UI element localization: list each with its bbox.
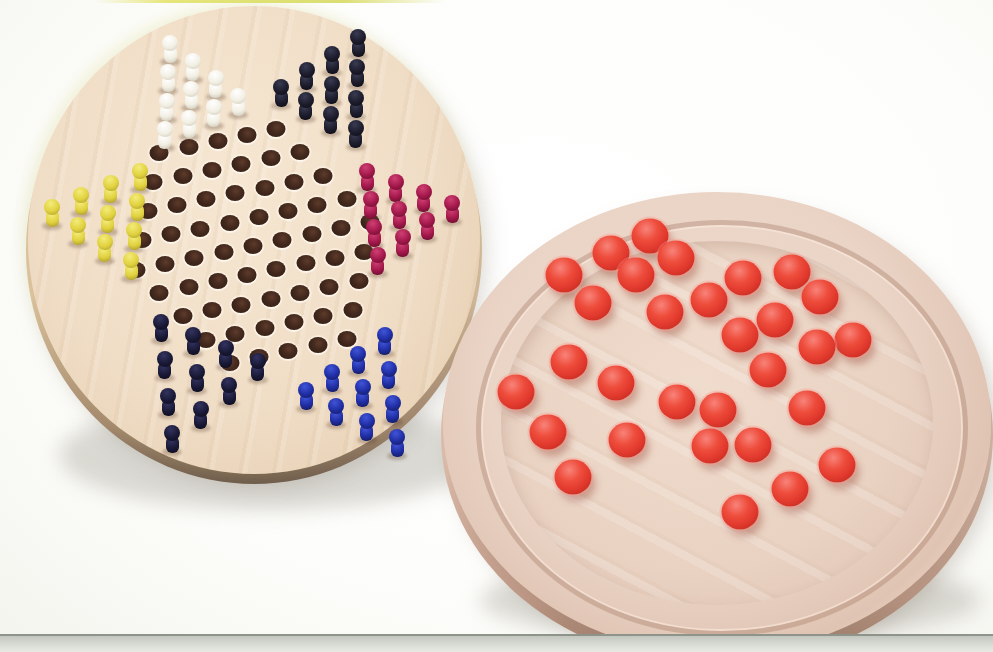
peg-head (388, 174, 404, 190)
peg-head (324, 76, 340, 92)
peg-red[interactable] (370, 247, 386, 276)
peg-head (221, 377, 237, 393)
peg-head (298, 92, 314, 108)
marble-red[interactable] (834, 322, 871, 357)
board-hole[interactable] (173, 308, 192, 324)
marble-red[interactable] (617, 258, 654, 293)
peg-navy[interactable] (189, 364, 205, 393)
peg-head (132, 163, 148, 179)
peg-head (181, 110, 197, 126)
board-hole[interactable] (249, 209, 268, 225)
peg-white[interactable] (230, 88, 246, 117)
marble-red[interactable] (700, 393, 737, 428)
peg-head (298, 382, 314, 398)
marble-red[interactable] (657, 241, 694, 276)
peg-head (123, 252, 139, 268)
peg-black[interactable] (349, 59, 365, 88)
board-hole[interactable] (197, 191, 216, 207)
marble-red[interactable] (724, 260, 761, 295)
board-hole[interactable] (244, 238, 263, 254)
board-hole[interactable] (349, 273, 368, 289)
peg-red[interactable] (388, 174, 404, 203)
board-hole[interactable] (331, 220, 350, 236)
board-hole[interactable] (161, 226, 180, 242)
board-hole[interactable] (290, 144, 309, 160)
peg-black[interactable] (348, 120, 364, 149)
peg-white[interactable] (181, 110, 197, 139)
peg-red[interactable] (395, 229, 411, 258)
peg-head (328, 398, 344, 414)
board-hole[interactable] (285, 174, 304, 190)
photo-scene (0, 0, 993, 652)
peg-blue[interactable] (385, 395, 401, 424)
peg-navy[interactable] (221, 377, 237, 406)
peg-head (164, 425, 180, 441)
peg-yellow[interactable] (70, 217, 86, 246)
table-edge-band (0, 634, 993, 652)
peg-head (350, 29, 366, 45)
marble-red[interactable] (546, 258, 583, 293)
peg-yellow[interactable] (103, 175, 119, 204)
board-hole[interactable] (343, 302, 362, 318)
board-hole[interactable] (226, 185, 245, 201)
board-hole[interactable] (267, 121, 286, 137)
board-hole[interactable] (191, 221, 210, 237)
peg-head (218, 340, 234, 356)
peg-head (70, 217, 86, 233)
peg-head (230, 88, 246, 104)
peg-head (250, 353, 266, 369)
board-hole[interactable] (255, 320, 274, 336)
peg-red[interactable] (359, 163, 375, 192)
peg-black[interactable] (348, 90, 364, 119)
peg-head (370, 247, 386, 263)
peg-head (350, 346, 366, 362)
peg-black[interactable] (273, 79, 289, 108)
board-hole[interactable] (326, 250, 345, 266)
marble-red[interactable] (598, 365, 635, 400)
peg-head (359, 163, 375, 179)
photo-edge-artifact (96, 0, 446, 3)
peg-white[interactable] (208, 70, 224, 99)
board-hole[interactable] (202, 162, 221, 178)
peg-blue[interactable] (350, 346, 366, 375)
peg-head (395, 229, 411, 245)
peg-head (355, 379, 371, 395)
peg-head (160, 64, 176, 80)
marble-red[interactable] (722, 495, 759, 530)
peg-head (183, 81, 199, 97)
peg-head (100, 205, 116, 221)
marble-red[interactable] (690, 283, 727, 318)
peg-white[interactable] (185, 53, 201, 82)
peg-blue[interactable] (377, 327, 393, 356)
peg-head (391, 201, 407, 217)
board-hole[interactable] (308, 197, 327, 213)
peg-yellow[interactable] (97, 234, 113, 263)
peg-head (444, 195, 460, 211)
marble-red[interactable] (774, 254, 811, 289)
peg-head (385, 395, 401, 411)
peg-head (157, 121, 173, 137)
peg-head (348, 120, 364, 136)
peg-head (299, 62, 315, 78)
peg-head (185, 53, 201, 69)
peg-head (126, 222, 142, 238)
marble-red[interactable] (551, 345, 588, 380)
peg-yellow[interactable] (126, 222, 142, 251)
peg-navy[interactable] (157, 351, 173, 380)
peg-head (206, 99, 222, 115)
peg-head (359, 413, 375, 429)
peg-head (377, 327, 393, 343)
board-hole[interactable] (261, 150, 280, 166)
peg-head (97, 234, 113, 250)
marble-red[interactable] (646, 295, 683, 330)
peg-head (162, 35, 178, 51)
board-hole[interactable] (261, 291, 280, 307)
peg-red[interactable] (416, 184, 432, 213)
peg-black[interactable] (324, 46, 340, 75)
peg-blue[interactable] (359, 413, 375, 442)
peg-red[interactable] (419, 212, 435, 241)
marble-red[interactable] (609, 423, 646, 458)
board-hole[interactable] (267, 261, 286, 277)
board-hole[interactable] (290, 285, 309, 301)
peg-head (193, 401, 209, 417)
board-hole[interactable] (232, 156, 251, 172)
peg-white[interactable] (159, 93, 175, 122)
peg-head (103, 175, 119, 191)
marble-red[interactable] (658, 385, 695, 420)
marble-red[interactable] (757, 302, 794, 337)
peg-red[interactable] (391, 201, 407, 230)
marble-red[interactable] (749, 352, 786, 387)
peg-white[interactable] (162, 35, 178, 64)
peg-blue[interactable] (324, 364, 340, 393)
peg-head (349, 59, 365, 75)
peg-head (419, 212, 435, 228)
peg-black[interactable] (350, 29, 366, 58)
peg-head (363, 191, 379, 207)
marble-red[interactable] (530, 414, 567, 449)
peg-head (273, 79, 289, 95)
peg-navy[interactable] (160, 388, 176, 417)
board-hole[interactable] (337, 191, 356, 207)
board-hole[interactable] (185, 250, 204, 266)
peg-head (159, 93, 175, 109)
marble-red[interactable] (788, 391, 825, 426)
peg-white[interactable] (160, 64, 176, 93)
board-hole[interactable] (314, 168, 333, 184)
peg-head (324, 364, 340, 380)
peg-blue[interactable] (381, 361, 397, 390)
marble-red[interactable] (771, 472, 808, 507)
peg-white[interactable] (183, 81, 199, 110)
board-hole[interactable] (156, 256, 175, 272)
board-hole[interactable] (302, 226, 321, 242)
marble-red[interactable] (554, 460, 591, 495)
peg-head (381, 361, 397, 377)
peg-navy[interactable] (250, 353, 266, 382)
board-hole[interactable] (208, 273, 227, 289)
peg-head (157, 351, 173, 367)
peg-head (366, 219, 382, 235)
board-hole[interactable] (173, 168, 192, 184)
peg-blue[interactable] (328, 398, 344, 427)
peg-head (129, 193, 145, 209)
peg-head (323, 106, 339, 122)
board-hole[interactable] (238, 127, 257, 143)
peg-white[interactable] (206, 99, 222, 128)
peg-head (189, 364, 205, 380)
peg-navy[interactable] (153, 314, 169, 343)
board-hole[interactable] (150, 285, 169, 301)
peg-yellow[interactable] (73, 187, 89, 216)
peg-head (153, 314, 169, 330)
peg-navy[interactable] (218, 340, 234, 369)
peg-head (160, 388, 176, 404)
board-hole[interactable] (320, 279, 339, 295)
peg-yellow[interactable] (123, 252, 139, 281)
peg-yellow[interactable] (44, 199, 60, 228)
peg-blue[interactable] (355, 379, 371, 408)
peg-navy[interactable] (193, 401, 209, 430)
marble-red[interactable] (497, 375, 534, 410)
marble-red[interactable] (819, 448, 856, 483)
board-hole[interactable] (255, 180, 274, 196)
peg-red[interactable] (363, 191, 379, 220)
board-hole[interactable] (238, 267, 257, 283)
board-hole[interactable] (232, 297, 251, 313)
peg-head (416, 184, 432, 200)
peg-yellow[interactable] (129, 193, 145, 222)
peg-black[interactable] (299, 62, 315, 91)
board-hole[interactable] (285, 314, 304, 330)
board-hole[interactable] (314, 308, 333, 324)
peg-yellow[interactable] (100, 205, 116, 234)
solitaire-board (443, 192, 991, 652)
marble-red[interactable] (575, 285, 612, 320)
peg-head (389, 429, 405, 445)
peg-head (208, 70, 224, 86)
peg-red[interactable] (444, 195, 460, 224)
marble-red[interactable] (722, 318, 759, 353)
peg-yellow[interactable] (132, 163, 148, 192)
board-hole[interactable] (208, 133, 227, 149)
board-hole[interactable] (214, 244, 233, 260)
board-hole[interactable] (167, 197, 186, 213)
peg-black[interactable] (324, 76, 340, 105)
peg-white[interactable] (157, 121, 173, 150)
peg-blue[interactable] (298, 382, 314, 411)
board-hole[interactable] (203, 302, 222, 318)
board-hole[interactable] (279, 203, 298, 219)
board-hole[interactable] (220, 215, 239, 231)
board-hole[interactable] (296, 255, 315, 271)
board-hole[interactable] (308, 337, 327, 353)
board-hole[interactable] (279, 343, 298, 359)
peg-black[interactable] (323, 106, 339, 135)
peg-head (185, 327, 201, 343)
marble-red[interactable] (802, 279, 839, 314)
peg-navy[interactable] (185, 327, 201, 356)
peg-black[interactable] (298, 92, 314, 121)
peg-head (44, 199, 60, 215)
marble-red[interactable] (735, 428, 772, 463)
peg-head (73, 187, 89, 203)
peg-navy[interactable] (164, 425, 180, 454)
peg-red[interactable] (366, 219, 382, 248)
peg-head (324, 46, 340, 62)
peg-head (348, 90, 364, 106)
marble-red[interactable] (691, 429, 728, 464)
peg-blue[interactable] (389, 429, 405, 458)
board-hole[interactable] (273, 232, 292, 248)
board-hole[interactable] (179, 279, 198, 295)
marble-red[interactable] (798, 329, 835, 364)
